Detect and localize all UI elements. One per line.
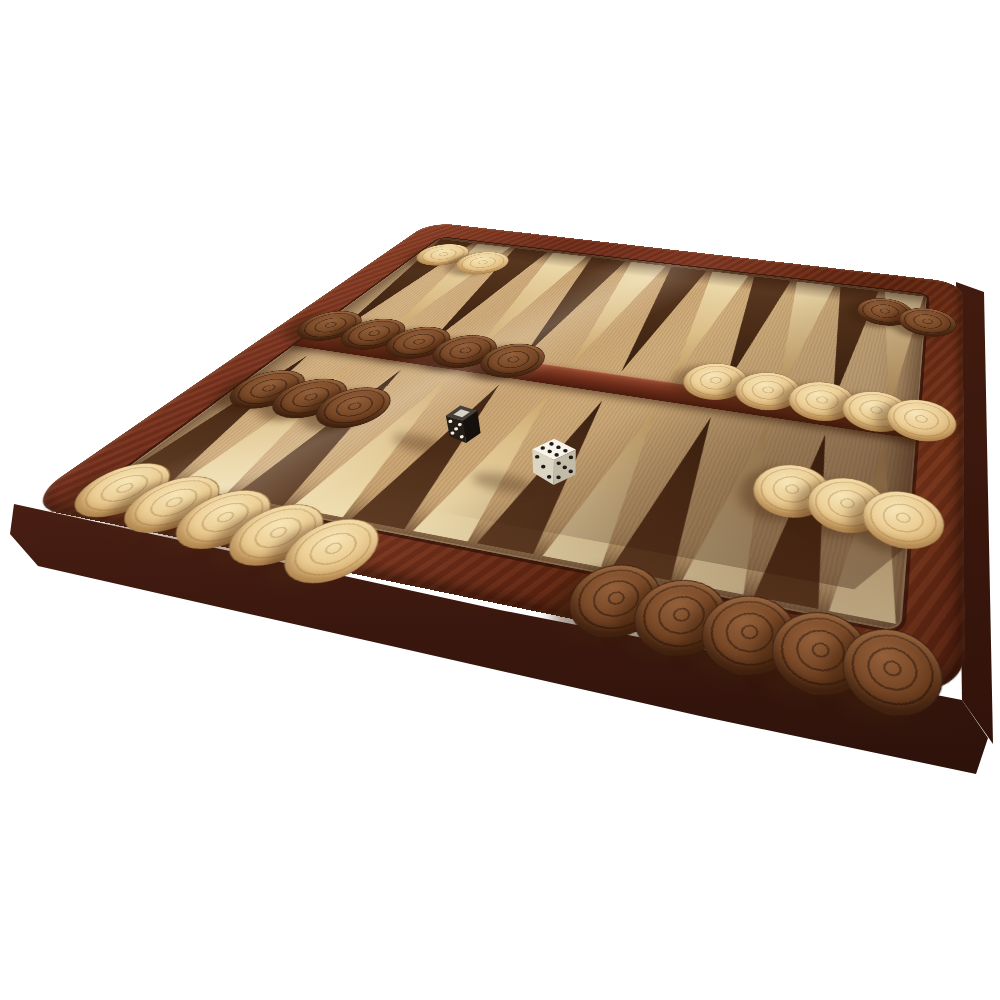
checker-dark[interactable]: [897, 305, 957, 340]
backgammon-product-photo: [0, 0, 1000, 1000]
checker-light[interactable]: [884, 395, 957, 446]
die-black[interactable]: [438, 398, 493, 453]
die-white[interactable]: [525, 431, 584, 490]
